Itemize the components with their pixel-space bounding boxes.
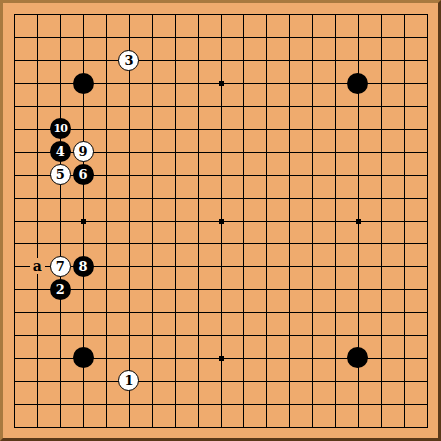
go-stone-black-6: 6: [73, 164, 94, 185]
go-board: 12345678910a: [0, 0, 441, 441]
go-stone-white-9: 9: [73, 141, 94, 162]
go-stone-black-10: 10: [50, 118, 71, 139]
go-stone-black-hoshi: [73, 347, 94, 368]
go-stone-white-1: 1: [118, 370, 139, 391]
go-stone-black-hoshi: [347, 73, 368, 94]
go-stone-black-4: 4: [50, 141, 71, 162]
go-stone-black-8: 8: [73, 256, 94, 277]
go-stone-black-2: 2: [50, 279, 71, 300]
point-label-a: a: [30, 258, 45, 274]
go-stone-white-5: 5: [50, 164, 71, 185]
go-stone-white-7: 7: [50, 256, 71, 277]
go-stone-white-3: 3: [118, 50, 139, 71]
stones-layer: 12345678910a: [3, 3, 438, 438]
go-stone-black-hoshi: [347, 347, 368, 368]
go-stone-black-hoshi: [73, 73, 94, 94]
